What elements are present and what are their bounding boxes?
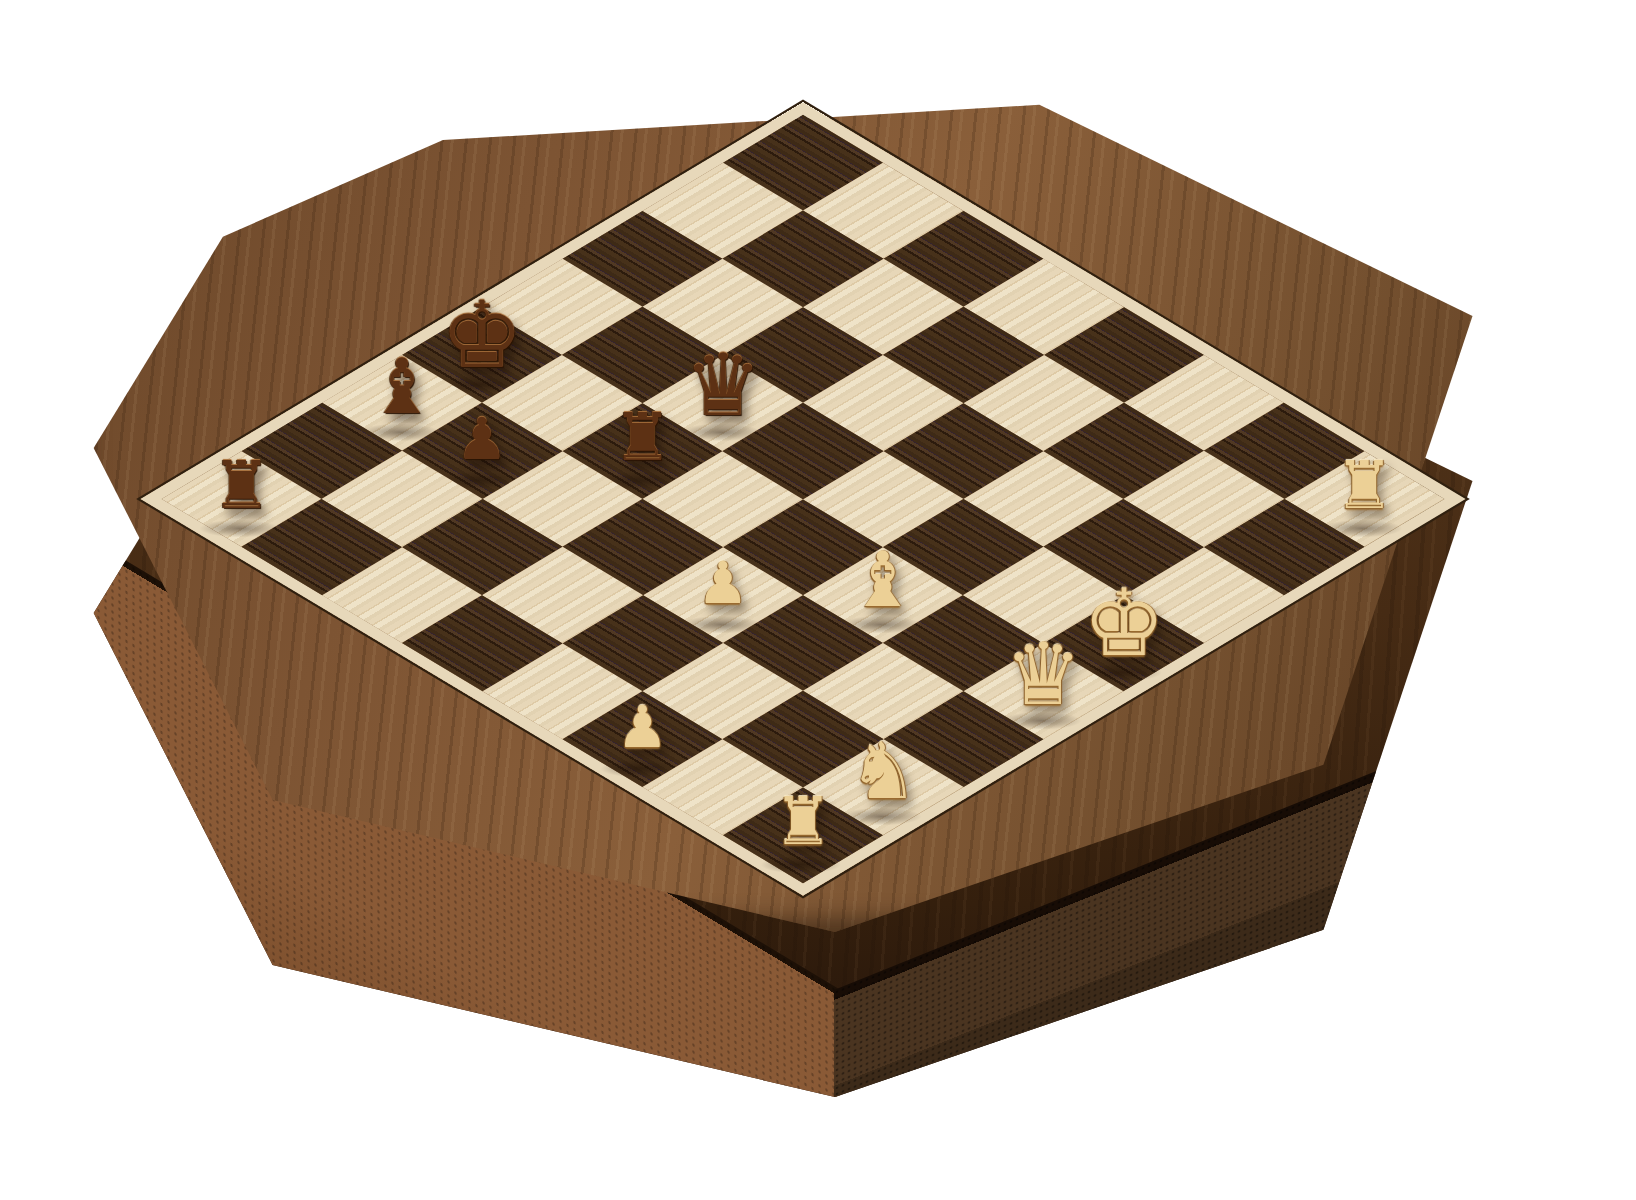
black-r-glyph: ♜ bbox=[212, 452, 271, 518]
white-p-glyph: ♟ bbox=[617, 698, 669, 756]
black-r-glyph: ♜ bbox=[613, 404, 672, 470]
white-b-glyph: ♝ bbox=[849, 541, 917, 617]
white-p-glyph: ♟ bbox=[697, 554, 749, 612]
white-r-glyph: ♜ bbox=[773, 788, 832, 854]
piece-white-r-a1[interactable]: ♜ bbox=[746, 778, 859, 891]
white-q-glyph: ♛ bbox=[1005, 630, 1082, 716]
white-r-glyph: ♜ bbox=[1335, 452, 1394, 518]
square-a1[interactable]: ♜ bbox=[723, 787, 883, 883]
black-p-glyph: ♟ bbox=[456, 410, 508, 468]
chess-box-photo: ♜♛♚♚♜♝♛♝♟♟♞♜♟♜ bbox=[0, 0, 1636, 1200]
